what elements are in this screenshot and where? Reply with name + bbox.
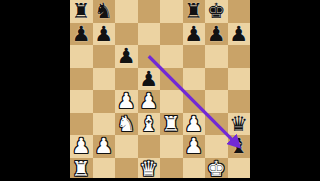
- square-f5[interactable]: [183, 68, 206, 91]
- square-c2[interactable]: [115, 135, 138, 158]
- square-d4[interactable]: ♟: [138, 90, 161, 113]
- square-g7[interactable]: ♟: [205, 23, 228, 46]
- square-e2[interactable]: [160, 135, 183, 158]
- square-c3[interactable]: ♞: [115, 113, 138, 136]
- square-e4[interactable]: [160, 90, 183, 113]
- square-b4[interactable]: [93, 90, 116, 113]
- square-h2[interactable]: ♝: [228, 135, 251, 158]
- square-g6[interactable]: [205, 45, 228, 68]
- square-h5[interactable]: [228, 68, 251, 91]
- square-g3[interactable]: [205, 113, 228, 136]
- square-f7[interactable]: ♟: [183, 23, 206, 46]
- square-f6[interactable]: [183, 45, 206, 68]
- square-h6[interactable]: [228, 45, 251, 68]
- piece-black-rook[interactable]: ♜: [72, 0, 91, 22]
- square-b7[interactable]: ♟: [93, 23, 116, 46]
- square-f1[interactable]: [183, 158, 206, 181]
- square-c4[interactable]: ♟: [115, 90, 138, 113]
- square-g1[interactable]: ♚: [205, 158, 228, 181]
- square-h1[interactable]: [228, 158, 251, 181]
- piece-black-pawn[interactable]: ♟: [94, 23, 113, 45]
- square-a6[interactable]: [70, 45, 93, 68]
- square-g8[interactable]: ♚: [205, 0, 228, 23]
- square-d5[interactable]: ♟: [138, 68, 161, 91]
- piece-white-king[interactable]: ♚: [207, 158, 226, 180]
- square-d6[interactable]: [138, 45, 161, 68]
- square-c6[interactable]: ♟: [115, 45, 138, 68]
- left-black-bar: [0, 0, 70, 180]
- piece-white-pawn[interactable]: ♟: [184, 113, 203, 135]
- square-d3[interactable]: ♝: [138, 113, 161, 136]
- square-h4[interactable]: [228, 90, 251, 113]
- square-h8[interactable]: [228, 0, 251, 23]
- piece-black-queen[interactable]: ♛: [229, 113, 248, 135]
- square-a2[interactable]: ♟: [70, 135, 93, 158]
- square-e7[interactable]: [160, 23, 183, 46]
- square-d1[interactable]: ♛: [138, 158, 161, 181]
- piece-black-rook[interactable]: ♜: [184, 0, 203, 22]
- square-b1[interactable]: [93, 158, 116, 181]
- piece-black-knight[interactable]: ♞: [94, 0, 113, 22]
- square-b3[interactable]: [93, 113, 116, 136]
- square-h7[interactable]: ♟: [228, 23, 251, 46]
- piece-black-king[interactable]: ♚: [207, 0, 226, 22]
- square-g2[interactable]: [205, 135, 228, 158]
- chess-board[interactable]: ♜♞♜♚♟♟♟♟♟♟♟♟♟♞♝♜♟♛♟♟♟♝♜♛♚: [70, 0, 250, 180]
- square-a5[interactable]: [70, 68, 93, 91]
- square-e6[interactable]: [160, 45, 183, 68]
- square-e1[interactable]: [160, 158, 183, 181]
- square-a4[interactable]: [70, 90, 93, 113]
- square-g5[interactable]: [205, 68, 228, 91]
- square-c1[interactable]: [115, 158, 138, 181]
- piece-white-pawn[interactable]: ♟: [139, 90, 158, 112]
- piece-white-pawn[interactable]: ♟: [72, 135, 91, 157]
- square-e8[interactable]: [160, 0, 183, 23]
- piece-black-pawn[interactable]: ♟: [184, 23, 203, 45]
- square-d8[interactable]: [138, 0, 161, 23]
- square-a7[interactable]: ♟: [70, 23, 93, 46]
- square-b2[interactable]: ♟: [93, 135, 116, 158]
- piece-white-pawn[interactable]: ♟: [117, 90, 136, 112]
- piece-black-pawn[interactable]: ♟: [229, 23, 248, 45]
- piece-white-queen[interactable]: ♛: [139, 158, 158, 180]
- square-g4[interactable]: [205, 90, 228, 113]
- square-h3[interactable]: ♛: [228, 113, 251, 136]
- square-d7[interactable]: [138, 23, 161, 46]
- piece-black-pawn[interactable]: ♟: [139, 68, 158, 90]
- square-a1[interactable]: ♜: [70, 158, 93, 181]
- square-e5[interactable]: [160, 68, 183, 91]
- square-b8[interactable]: ♞: [93, 0, 116, 23]
- square-a3[interactable]: [70, 113, 93, 136]
- square-b6[interactable]: [93, 45, 116, 68]
- square-c5[interactable]: [115, 68, 138, 91]
- square-f8[interactable]: ♜: [183, 0, 206, 23]
- square-c7[interactable]: [115, 23, 138, 46]
- piece-white-rook[interactable]: ♜: [162, 113, 181, 135]
- square-d2[interactable]: [138, 135, 161, 158]
- piece-white-rook[interactable]: ♜: [72, 158, 91, 180]
- piece-white-bishop[interactable]: ♝: [139, 113, 158, 135]
- piece-black-bishop[interactable]: ♝: [229, 135, 248, 157]
- right-black-bar: [250, 0, 320, 180]
- piece-white-knight[interactable]: ♞: [117, 113, 136, 135]
- square-e3[interactable]: ♜: [160, 113, 183, 136]
- piece-white-pawn[interactable]: ♟: [94, 135, 113, 157]
- piece-black-pawn[interactable]: ♟: [117, 45, 136, 67]
- square-f4[interactable]: [183, 90, 206, 113]
- square-f2[interactable]: ♟: [183, 135, 206, 158]
- video-frame: ♜♞♜♚♟♟♟♟♟♟♟♟♟♞♝♜♟♛♟♟♟♝♜♛♚: [0, 0, 320, 180]
- piece-black-pawn[interactable]: ♟: [72, 23, 91, 45]
- square-c8[interactable]: [115, 0, 138, 23]
- piece-white-pawn[interactable]: ♟: [184, 135, 203, 157]
- square-f3[interactable]: ♟: [183, 113, 206, 136]
- bottom-crop-edge: [70, 178, 250, 180]
- piece-black-pawn[interactable]: ♟: [207, 23, 226, 45]
- square-b5[interactable]: [93, 68, 116, 91]
- square-a8[interactable]: ♜: [70, 0, 93, 23]
